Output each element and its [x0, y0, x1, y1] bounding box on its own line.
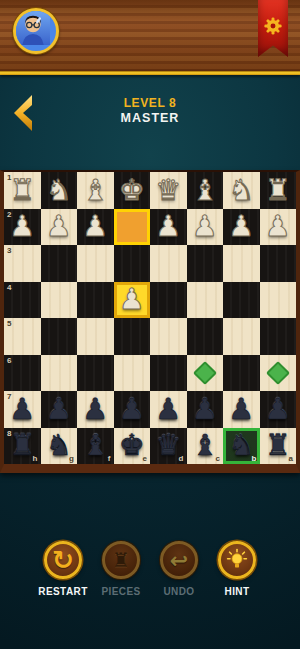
square-e2[interactable]: [114, 209, 151, 246]
piece-white-pawn-d2: ♟: [150, 209, 187, 246]
piece-white-bishop-c1: ♝: [187, 172, 224, 209]
piece-black-bishop-c8: ♝: [187, 428, 224, 465]
chess-board: 1♜♞♝♚♛♝♞♜2♟♟♟♟♟♟♟34♟567♟♟♟♟♟♟♟♟8h♜g♞f♝e♚…: [4, 172, 296, 464]
restart-tool: ↻ RESTART: [35, 541, 91, 597]
undo-tool: ↩ UNDO: [151, 541, 207, 597]
square-a5[interactable]: [260, 318, 297, 355]
piece-white-knight-g1: ♞: [41, 172, 78, 209]
square-h7[interactable]: 7♟: [4, 391, 41, 428]
hint-tool: HINT: [209, 541, 265, 597]
square-e3[interactable]: [114, 245, 151, 282]
square-h5[interactable]: 5: [4, 318, 41, 355]
square-h8[interactable]: 8h♜: [4, 428, 41, 465]
square-f3[interactable]: [77, 245, 114, 282]
bulb-icon: [225, 548, 249, 572]
square-b6[interactable]: [223, 355, 260, 392]
square-a4[interactable]: [260, 282, 297, 319]
piece-black-king-e8: ♚: [114, 428, 151, 465]
square-a1[interactable]: ♜: [260, 172, 297, 209]
undo-label: UNDO: [163, 586, 194, 597]
restart-icon: ↻: [52, 545, 74, 575]
hint-button[interactable]: [218, 541, 256, 579]
piece-white-pawn-b2: ♟: [223, 209, 260, 246]
piece-black-rook-h8: ♜: [4, 428, 41, 465]
square-e1[interactable]: ♚: [114, 172, 151, 209]
square-g1[interactable]: ♞: [41, 172, 78, 209]
square-f4[interactable]: [77, 282, 114, 319]
piece-black-knight-b8: ♞: [223, 428, 260, 465]
chevron-left-icon: [10, 93, 34, 133]
square-d2[interactable]: ♟: [150, 209, 187, 246]
mode-title: MASTER: [0, 111, 300, 125]
square-h6[interactable]: 6: [4, 355, 41, 392]
piece-black-pawn-d7: ♟: [150, 391, 187, 428]
level-title: LEVEL 8: [0, 96, 300, 110]
piece-black-bishop-f8: ♝: [77, 428, 114, 465]
piece-black-pawn-g7: ♟: [41, 391, 78, 428]
piece-white-pawn-f2: ♟: [77, 209, 114, 246]
piece-black-queen-d8: ♛: [150, 428, 187, 465]
square-e4[interactable]: ♟: [114, 282, 151, 319]
restart-label: RESTART: [38, 586, 87, 597]
square-e7[interactable]: ♟: [114, 391, 151, 428]
square-a8[interactable]: a♜: [260, 428, 297, 465]
rank-label-6: 6: [7, 356, 11, 365]
piece-white-rook-h1: ♜: [4, 172, 41, 209]
rook-icon: ♜: [112, 548, 130, 572]
square-g7[interactable]: ♟: [41, 391, 78, 428]
pieces-button[interactable]: ♜: [102, 541, 140, 579]
square-e8[interactable]: e♚: [114, 428, 151, 465]
square-f1[interactable]: ♝: [77, 172, 114, 209]
hint-label: HINT: [225, 586, 250, 597]
square-f6[interactable]: [77, 355, 114, 392]
move-hint-diamond-c6: [193, 361, 217, 385]
square-d4[interactable]: [150, 282, 187, 319]
gold-divider: [0, 71, 300, 75]
square-g8[interactable]: g♞: [41, 428, 78, 465]
square-b4[interactable]: [223, 282, 260, 319]
rank-label-5: 5: [7, 319, 11, 328]
square-c2[interactable]: ♟: [187, 209, 224, 246]
undo-button[interactable]: ↩: [160, 541, 198, 579]
piece-black-pawn-f7: ♟: [77, 391, 114, 428]
square-g6[interactable]: [41, 355, 78, 392]
square-a2[interactable]: ♟: [260, 209, 297, 246]
piece-white-queen-d1: ♛: [150, 172, 187, 209]
chess-board-frame: 1♜♞♝♚♛♝♞♜2♟♟♟♟♟♟♟34♟567♟♟♟♟♟♟♟♟8h♜g♞f♝e♚…: [0, 170, 300, 473]
square-f8[interactable]: f♝: [77, 428, 114, 465]
back-button[interactable]: [10, 93, 34, 133]
piece-white-pawn-h2: ♟: [4, 209, 41, 246]
pieces-tool: ♜ PIECES: [93, 541, 149, 597]
square-f2[interactable]: ♟: [77, 209, 114, 246]
square-f7[interactable]: ♟: [77, 391, 114, 428]
square-f5[interactable]: [77, 318, 114, 355]
rank-label-4: 4: [7, 283, 11, 292]
player-avatar-button[interactable]: [13, 8, 59, 54]
square-a7[interactable]: ♟: [260, 391, 297, 428]
square-e5[interactable]: [114, 318, 151, 355]
square-b5[interactable]: [223, 318, 260, 355]
square-c3[interactable]: [187, 245, 224, 282]
piece-white-pawn-g2: ♟: [41, 209, 78, 246]
square-c8[interactable]: c♝: [187, 428, 224, 465]
piece-black-pawn-h7: ♟: [4, 391, 41, 428]
square-h2[interactable]: 2♟: [4, 209, 41, 246]
square-g5[interactable]: [41, 318, 78, 355]
square-c6[interactable]: [187, 355, 224, 392]
piece-black-pawn-c7: ♟: [187, 391, 224, 428]
square-c7[interactable]: ♟: [187, 391, 224, 428]
app-screen: LEVEL 8 MASTER 1♜♞♝♚♛♝♞♜2♟♟♟♟♟♟♟34♟567♟♟…: [0, 0, 300, 649]
square-b8[interactable]: b♞: [223, 428, 260, 465]
piece-white-pawn-a2: ♟: [260, 209, 297, 246]
square-g2[interactable]: ♟: [41, 209, 78, 246]
square-d7[interactable]: ♟: [150, 391, 187, 428]
piece-white-pawn-c2: ♟: [187, 209, 224, 246]
square-h3[interactable]: 3: [4, 245, 41, 282]
square-b2[interactable]: ♟: [223, 209, 260, 246]
piece-black-rook-a8: ♜: [260, 428, 297, 465]
piece-black-pawn-e7: ♟: [114, 391, 151, 428]
square-c5[interactable]: [187, 318, 224, 355]
square-d8[interactable]: d♛: [150, 428, 187, 465]
piece-black-pawn-b7: ♟: [223, 391, 260, 428]
square-h1[interactable]: 1♜: [4, 172, 41, 209]
piece-white-knight-b1: ♞: [223, 172, 260, 209]
square-d3[interactable]: [150, 245, 187, 282]
piece-black-knight-g8: ♞: [41, 428, 78, 465]
square-c4[interactable]: [187, 282, 224, 319]
square-g4[interactable]: [41, 282, 78, 319]
square-d5[interactable]: [150, 318, 187, 355]
pieces-label: PIECES: [101, 586, 140, 597]
square-h4[interactable]: 4: [4, 282, 41, 319]
piece-white-bishop-f1: ♝: [77, 172, 114, 209]
piece-black-pawn-a7: ♟: [260, 391, 297, 428]
gear-icon: [262, 15, 284, 37]
square-c1[interactable]: ♝: [187, 172, 224, 209]
square-b7[interactable]: ♟: [223, 391, 260, 428]
square-e6[interactable]: [114, 355, 151, 392]
restart-button[interactable]: ↻: [44, 541, 82, 579]
square-d6[interactable]: [150, 355, 187, 392]
avatar-image: [16, 11, 50, 45]
square-d1[interactable]: ♛: [150, 172, 187, 209]
action-bar: ↻ RESTART ♜ PIECES ↩ UNDO: [0, 541, 300, 597]
square-g3[interactable]: [41, 245, 78, 282]
square-b3[interactable]: [223, 245, 260, 282]
undo-icon: ↩: [170, 548, 188, 573]
piece-white-king-e1: ♚: [114, 172, 151, 209]
rank-label-3: 3: [7, 246, 11, 255]
square-b1[interactable]: ♞: [223, 172, 260, 209]
square-a6[interactable]: [260, 355, 297, 392]
piece-white-pawn-e4: ♟: [114, 282, 151, 319]
move-hint-diamond-a6: [266, 361, 290, 385]
piece-white-rook-a1: ♜: [260, 172, 297, 209]
square-a3[interactable]: [260, 245, 297, 282]
